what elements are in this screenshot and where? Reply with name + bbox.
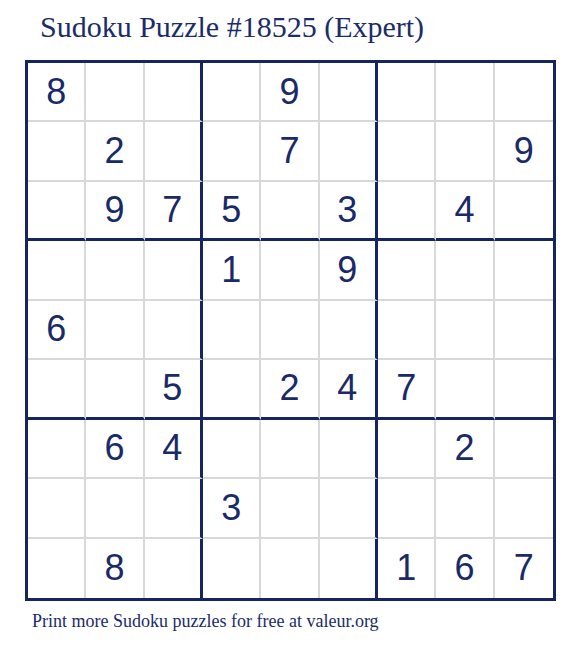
cell-r5c6 bbox=[320, 301, 378, 360]
cell-r1c7 bbox=[378, 63, 436, 122]
cell-r1c1: 8 bbox=[28, 63, 86, 122]
cell-r8c6 bbox=[320, 479, 378, 538]
cell-r6c7: 7 bbox=[378, 360, 436, 419]
cell-r2c2: 2 bbox=[86, 122, 144, 181]
cell-r7c5 bbox=[261, 420, 319, 479]
cell-r9c8: 6 bbox=[436, 539, 494, 598]
cell-r9c7: 1 bbox=[378, 539, 436, 598]
cell-r2c6 bbox=[320, 122, 378, 181]
cell-r3c5 bbox=[261, 182, 319, 241]
cell-r2c4 bbox=[203, 122, 261, 181]
cell-r2c5: 7 bbox=[261, 122, 319, 181]
cell-r3c1 bbox=[28, 182, 86, 241]
cell-r4c5 bbox=[261, 241, 319, 300]
cell-r7c6 bbox=[320, 420, 378, 479]
cell-r9c9: 7 bbox=[495, 539, 553, 598]
cell-r4c1 bbox=[28, 241, 86, 300]
cell-r2c3 bbox=[145, 122, 203, 181]
cell-r6c6: 4 bbox=[320, 360, 378, 419]
cell-r1c3 bbox=[145, 63, 203, 122]
sudoku-grid: 8927997534196524764238167 bbox=[25, 60, 556, 601]
cell-r1c5: 9 bbox=[261, 63, 319, 122]
cell-r2c1 bbox=[28, 122, 86, 181]
cell-r6c3: 5 bbox=[145, 360, 203, 419]
cell-r9c5 bbox=[261, 539, 319, 598]
cell-r3c2: 9 bbox=[86, 182, 144, 241]
cell-r7c2: 6 bbox=[86, 420, 144, 479]
cell-r4c2 bbox=[86, 241, 144, 300]
cell-r2c9: 9 bbox=[495, 122, 553, 181]
cell-r5c2 bbox=[86, 301, 144, 360]
cell-r6c9 bbox=[495, 360, 553, 419]
cell-r4c8 bbox=[436, 241, 494, 300]
cell-r3c6: 3 bbox=[320, 182, 378, 241]
cell-r4c9 bbox=[495, 241, 553, 300]
cell-r9c3 bbox=[145, 539, 203, 598]
cell-r5c5 bbox=[261, 301, 319, 360]
cell-r8c5 bbox=[261, 479, 319, 538]
cell-r3c7 bbox=[378, 182, 436, 241]
cell-r4c4: 1 bbox=[203, 241, 261, 300]
cell-r5c1: 6 bbox=[28, 301, 86, 360]
footer-text: Print more Sudoku puzzles for free at va… bbox=[32, 611, 379, 632]
cell-r4c3 bbox=[145, 241, 203, 300]
cell-r5c3 bbox=[145, 301, 203, 360]
cell-r3c9 bbox=[495, 182, 553, 241]
cell-r9c2: 8 bbox=[86, 539, 144, 598]
cell-r9c1 bbox=[28, 539, 86, 598]
cell-r5c7 bbox=[378, 301, 436, 360]
cell-r8c9 bbox=[495, 479, 553, 538]
cell-r7c1 bbox=[28, 420, 86, 479]
cell-r9c4 bbox=[203, 539, 261, 598]
cell-r3c8: 4 bbox=[436, 182, 494, 241]
cell-r1c9 bbox=[495, 63, 553, 122]
cell-r8c7 bbox=[378, 479, 436, 538]
cell-r5c4 bbox=[203, 301, 261, 360]
cell-r8c4: 3 bbox=[203, 479, 261, 538]
cell-r4c6: 9 bbox=[320, 241, 378, 300]
cell-r7c3: 4 bbox=[145, 420, 203, 479]
cell-r8c2 bbox=[86, 479, 144, 538]
cell-r3c4: 5 bbox=[203, 182, 261, 241]
cell-r7c4 bbox=[203, 420, 261, 479]
cell-r1c6 bbox=[320, 63, 378, 122]
cell-r5c8 bbox=[436, 301, 494, 360]
cell-r1c2 bbox=[86, 63, 144, 122]
cell-r6c8 bbox=[436, 360, 494, 419]
cell-r6c2 bbox=[86, 360, 144, 419]
cell-r6c4 bbox=[203, 360, 261, 419]
cell-r1c8 bbox=[436, 63, 494, 122]
cell-r8c8 bbox=[436, 479, 494, 538]
cell-r5c9 bbox=[495, 301, 553, 360]
cell-r7c7 bbox=[378, 420, 436, 479]
cell-r1c4 bbox=[203, 63, 261, 122]
page-title: Sudoku Puzzle #18525 (Expert) bbox=[40, 10, 424, 44]
cell-r8c3 bbox=[145, 479, 203, 538]
cell-r8c1 bbox=[28, 479, 86, 538]
cell-r7c8: 2 bbox=[436, 420, 494, 479]
cell-r2c7 bbox=[378, 122, 436, 181]
cell-r6c1 bbox=[28, 360, 86, 419]
cell-r9c6 bbox=[320, 539, 378, 598]
cell-r6c5: 2 bbox=[261, 360, 319, 419]
cell-r4c7 bbox=[378, 241, 436, 300]
cell-r7c9 bbox=[495, 420, 553, 479]
cell-r3c3: 7 bbox=[145, 182, 203, 241]
cell-r2c8 bbox=[436, 122, 494, 181]
